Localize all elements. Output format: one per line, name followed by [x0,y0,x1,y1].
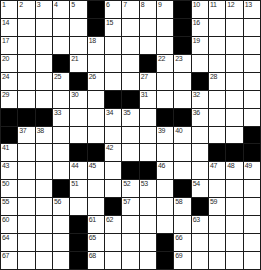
cell-r9c1[interactable]: 41 [1,144,18,162]
clue-number-62: 62 [106,216,113,224]
cell-r5c13[interactable]: 28 [209,73,226,91]
clue-number-59: 59 [210,198,217,206]
clue-number-21: 21 [71,55,78,63]
clue-number-64: 64 [2,234,9,242]
cell-r2c14[interactable] [226,19,243,37]
cell-r12c9[interactable] [140,198,157,216]
cell-r14c15[interactable] [244,234,261,252]
clue-number-68: 68 [89,252,96,260]
cell-r12c3[interactable] [36,198,53,216]
crossword-grid: 1234567891011121314151617181920212223242… [0,0,261,270]
cell-r1c8[interactable]: 7 [122,1,139,19]
cell-r13c9[interactable] [140,216,157,234]
cell-r10c10[interactable]: 46 [157,162,174,180]
black-cell-r15c10 [157,252,174,270]
black-cell-r2c11 [174,19,191,37]
cell-r6c14[interactable] [226,91,243,109]
clue-number-35: 35 [123,109,130,117]
clue-number-67: 67 [2,252,9,260]
cell-r3c6[interactable]: 18 [88,37,105,55]
cell-r6c10[interactable] [157,91,174,109]
cell-r10c15[interactable]: 49 [244,162,261,180]
cell-r4c6[interactable] [88,55,105,73]
cell-r5c3[interactable] [36,73,53,91]
cell-r7c5[interactable] [70,109,87,127]
cell-r1c2[interactable]: 2 [18,1,35,19]
cell-r8c6[interactable] [88,127,105,145]
clue-number-24: 24 [2,73,9,81]
clue-number-14: 14 [2,19,9,27]
cell-r10c2[interactable] [18,162,35,180]
clue-number-25: 25 [54,73,61,81]
black-cell-r9c13 [209,144,226,162]
cell-r8c4[interactable] [53,127,70,145]
cell-r14c9[interactable] [140,234,157,252]
black-cell-r11c11 [174,180,191,198]
cell-r5c9[interactable]: 27 [140,73,157,91]
cell-r8c13[interactable] [209,127,226,145]
cell-r10c12[interactable] [192,162,209,180]
cell-r11c1[interactable]: 50 [1,180,18,198]
cell-r12c14[interactable] [226,198,243,216]
cell-r14c13[interactable] [209,234,226,252]
cell-r7c9[interactable] [140,109,157,127]
clue-number-45: 45 [89,162,96,170]
clue-number-3: 3 [37,1,41,9]
cell-r1c15[interactable]: 13 [244,1,261,19]
cell-r13c7[interactable]: 62 [105,216,122,234]
cell-r3c7[interactable] [105,37,122,55]
clue-number-57: 57 [123,198,130,206]
cell-r11c5[interactable]: 51 [70,180,87,198]
cell-r15c14[interactable] [226,252,243,270]
cell-r15c12[interactable] [192,252,209,270]
cell-r6c11[interactable] [174,91,191,109]
cell-r11c13[interactable] [209,180,226,198]
clue-number-10: 10 [193,1,200,9]
cell-r14c8[interactable] [122,234,139,252]
cell-r6c12[interactable]: 32 [192,91,209,109]
cell-r13c1[interactable]: 60 [1,216,18,234]
cell-r10c4[interactable] [53,162,70,180]
cell-r9c7[interactable]: 42 [105,144,122,162]
cell-r6c9[interactable]: 31 [140,91,157,109]
clue-number-60: 60 [2,216,9,224]
clue-number-56: 56 [54,198,61,206]
cell-r4c3[interactable] [36,55,53,73]
clue-number-11: 11 [210,1,216,9]
black-cell-r5c12 [192,73,209,91]
black-cell-r9c14 [226,144,243,162]
clue-number-13: 13 [245,1,252,9]
cell-r5c4[interactable]: 25 [53,73,70,91]
cell-r4c10[interactable]: 22 [157,55,174,73]
cell-r12c6[interactable] [88,198,105,216]
cell-r6c15[interactable] [244,91,261,109]
black-cell-r7c1 [1,109,18,127]
cell-r1c3[interactable]: 3 [36,1,53,19]
cell-r3c8[interactable] [122,37,139,55]
clue-number-66: 66 [175,234,182,242]
black-cell-r10c8 [122,162,139,180]
cell-r6c13[interactable] [209,91,226,109]
clue-number-20: 20 [2,55,9,63]
cell-r2c3[interactable] [36,19,53,37]
cell-r13c12[interactable]: 63 [192,216,209,234]
cell-r13c13[interactable] [209,216,226,234]
cell-r12c4[interactable]: 56 [53,198,70,216]
cell-r3c10[interactable] [157,37,174,55]
clue-number-22: 22 [158,55,165,63]
cell-r3c12[interactable]: 19 [192,37,209,55]
cell-r5c10[interactable] [157,73,174,91]
cell-r10c13[interactable]: 47 [209,162,226,180]
black-cell-r14c10 [157,234,174,252]
cell-r1c14[interactable]: 12 [226,1,243,19]
black-cell-r7c11 [174,109,191,127]
cell-r8c7[interactable] [105,127,122,145]
cell-r6c5[interactable]: 30 [70,91,87,109]
clue-number-9: 9 [158,1,162,9]
clue-number-17: 17 [2,37,9,45]
cell-r6c3[interactable] [36,91,53,109]
clue-number-5: 5 [71,1,75,9]
cell-r7c12[interactable]: 36 [192,109,209,127]
clue-number-28: 28 [210,73,217,81]
cell-r13c4[interactable] [53,216,70,234]
clue-number-31: 31 [141,91,148,99]
cell-r15c3[interactable] [36,252,53,270]
cell-r9c10[interactable] [157,144,174,162]
black-cell-r7c2 [18,109,35,127]
cell-r9c4[interactable] [53,144,70,162]
clue-number-42: 42 [106,144,113,152]
cell-r1c10[interactable]: 9 [157,1,174,19]
cell-r13c2[interactable] [18,216,35,234]
cell-r5c11[interactable] [174,73,191,91]
cell-r8c5[interactable] [70,127,87,145]
cell-r10c1[interactable]: 43 [1,162,18,180]
black-cell-r8c15 [244,127,261,145]
cell-r12c1[interactable]: 55 [1,198,18,216]
cell-r2c1[interactable]: 14 [1,19,18,37]
clue-number-50: 50 [2,180,9,188]
cell-r11c8[interactable]: 52 [122,180,139,198]
black-cell-r4c4 [53,55,70,73]
cell-r6c6[interactable] [88,91,105,109]
black-cell-r7c3 [36,109,53,127]
cell-r4c1[interactable]: 20 [1,55,18,73]
clue-number-27: 27 [141,73,148,81]
cell-r14c3[interactable] [36,234,53,252]
cell-r8c9[interactable] [140,127,157,145]
clue-number-15: 15 [106,19,113,27]
clue-number-47: 47 [210,162,217,170]
black-cell-r4c9 [140,55,157,73]
black-cell-r12c12 [192,198,209,216]
clue-number-32: 32 [193,91,200,99]
cell-r2c8[interactable] [122,19,139,37]
cell-r14c14[interactable] [226,234,243,252]
cell-r11c6[interactable] [88,180,105,198]
cell-r12c15[interactable] [244,198,261,216]
black-cell-r6c8 [122,91,139,109]
cell-r15c1[interactable]: 67 [1,252,18,270]
black-cell-r14c5 [70,234,87,252]
cell-r13c6[interactable]: 61 [88,216,105,234]
black-cell-r1c11 [174,1,191,19]
black-cell-r5c5 [70,73,87,91]
clue-number-41: 41 [2,144,9,152]
cell-r14c12[interactable] [192,234,209,252]
cell-r11c3[interactable] [36,180,53,198]
cell-r3c9[interactable] [140,37,157,55]
clue-number-12: 12 [227,1,234,9]
cell-r9c11[interactable] [174,144,191,162]
clue-number-37: 37 [19,127,26,135]
clue-number-34: 34 [106,109,113,117]
cell-r11c14[interactable] [226,180,243,198]
clue-number-38: 38 [37,127,44,135]
cell-r3c5[interactable] [70,37,87,55]
cell-r14c6[interactable]: 65 [88,234,105,252]
cell-r7c14[interactable] [226,109,243,127]
cell-r11c2[interactable] [18,180,35,198]
black-cell-r6c7 [105,91,122,109]
cell-r8c2[interactable]: 37 [18,127,35,145]
cell-r4c15[interactable] [244,55,261,73]
cell-r8c11[interactable]: 40 [174,127,191,145]
cell-r6c4[interactable] [53,91,70,109]
cell-r5c15[interactable] [244,73,261,91]
cell-r6c1[interactable]: 29 [1,91,18,109]
clue-number-8: 8 [141,1,145,9]
clue-number-29: 29 [2,91,9,99]
cell-r10c6[interactable]: 45 [88,162,105,180]
black-cell-r10c9 [140,162,157,180]
cell-r15c7[interactable] [105,252,122,270]
cell-r2c7[interactable]: 15 [105,19,122,37]
cell-r4c11[interactable]: 23 [174,55,191,73]
cell-r14c11[interactable]: 66 [174,234,191,252]
cell-r9c8[interactable] [122,144,139,162]
black-cell-r9c5 [70,144,87,162]
cell-r11c9[interactable]: 53 [140,180,157,198]
cell-r15c8[interactable] [122,252,139,270]
black-cell-r1c6 [88,1,105,19]
cell-r2c4[interactable] [53,19,70,37]
cell-r7c6[interactable] [88,109,105,127]
cell-r3c13[interactable] [209,37,226,55]
cell-r14c1[interactable]: 64 [1,234,18,252]
cell-r2c9[interactable] [140,19,157,37]
cell-r6c2[interactable] [18,91,35,109]
cell-r13c14[interactable] [226,216,243,234]
clue-number-49: 49 [245,162,252,170]
cell-r4c12[interactable] [192,55,209,73]
cell-r9c12[interactable] [192,144,209,162]
cell-r8c14[interactable] [226,127,243,145]
cell-r15c2[interactable] [18,252,35,270]
cell-r10c14[interactable]: 48 [226,162,243,180]
cell-r5c8[interactable] [122,73,139,91]
cell-r9c9[interactable] [140,144,157,162]
cell-r11c15[interactable] [244,180,261,198]
cell-r10c7[interactable] [105,162,122,180]
black-cell-r15c5 [70,252,87,270]
clue-number-51: 51 [71,180,78,188]
cell-r9c3[interactable] [36,144,53,162]
cell-r13c10[interactable] [157,216,174,234]
clue-number-65: 65 [89,234,96,242]
cell-r14c2[interactable] [18,234,35,252]
cell-r14c4[interactable] [53,234,70,252]
cell-r4c5[interactable]: 21 [70,55,87,73]
black-cell-r9c15 [244,144,261,162]
cell-r1c7[interactable]: 6 [105,1,122,19]
cell-r11c10[interactable] [157,180,174,198]
cell-r3c2[interactable] [18,37,35,55]
cell-r15c11[interactable]: 69 [174,252,191,270]
cell-r1c12[interactable]: 10 [192,1,209,19]
clue-number-30: 30 [71,91,78,99]
cell-r2c13[interactable] [209,19,226,37]
black-cell-r2c6 [88,19,105,37]
cell-r12c2[interactable] [18,198,35,216]
cell-r2c15[interactable] [244,19,261,37]
cell-r4c8[interactable] [122,55,139,73]
cell-r15c13[interactable] [209,252,226,270]
clue-number-2: 2 [19,1,23,9]
clue-number-23: 23 [175,55,182,63]
cell-r2c10[interactable] [157,19,174,37]
clue-number-18: 18 [89,37,96,45]
clue-number-46: 46 [158,162,165,170]
cell-r12c5[interactable] [70,198,87,216]
clue-number-1: 1 [2,1,6,9]
black-cell-r11c4 [53,180,70,198]
clue-number-6: 6 [106,1,110,9]
cell-r13c8[interactable] [122,216,139,234]
cell-r15c4[interactable] [53,252,70,270]
cell-r15c6[interactable]: 68 [88,252,105,270]
clue-number-40: 40 [175,127,182,135]
cell-r1c1[interactable]: 1 [1,1,18,19]
clue-number-63: 63 [193,216,200,224]
clue-number-69: 69 [175,252,182,260]
cell-r7c13[interactable] [209,109,226,127]
cell-r7c15[interactable] [244,109,261,127]
clue-number-39: 39 [158,127,165,135]
cell-r8c10[interactable]: 39 [157,127,174,145]
cell-r13c11[interactable] [174,216,191,234]
cell-r12c13[interactable]: 59 [209,198,226,216]
cell-r4c13[interactable] [209,55,226,73]
clue-number-19: 19 [193,37,200,45]
cell-r3c1[interactable]: 17 [1,37,18,55]
clue-number-4: 4 [54,1,58,9]
clue-number-16: 16 [193,19,200,27]
cell-r5c1[interactable]: 24 [1,73,18,91]
clue-number-58: 58 [175,198,182,206]
cell-r2c12[interactable]: 16 [192,19,209,37]
black-cell-r7c10 [157,109,174,127]
crossword-puzzle: 1234567891011121314151617181920212223242… [0,0,261,270]
cell-r11c7[interactable] [105,180,122,198]
cell-r5c7[interactable] [105,73,122,91]
clue-number-44: 44 [71,162,78,170]
cell-r1c9[interactable]: 8 [140,1,157,19]
cell-r12c8[interactable]: 57 [122,198,139,216]
clue-number-52: 52 [123,180,130,188]
cell-r4c7[interactable] [105,55,122,73]
cell-r7c7[interactable]: 34 [105,109,122,127]
cell-r5c14[interactable] [226,73,243,91]
cell-r8c12[interactable] [192,127,209,145]
black-cell-r9c6 [88,144,105,162]
black-cell-r13c5 [70,216,87,234]
clue-number-26: 26 [89,73,96,81]
black-cell-r3c11 [174,37,191,55]
black-cell-r8c1 [1,127,18,145]
cell-r8c8[interactable] [122,127,139,145]
cell-r7c4[interactable]: 33 [53,109,70,127]
cell-r13c15[interactable] [244,216,261,234]
clue-number-36: 36 [193,109,200,117]
cell-r7c8[interactable]: 35 [122,109,139,127]
cell-r14c7[interactable] [105,234,122,252]
cell-r12c10[interactable] [157,198,174,216]
clue-number-61: 61 [89,216,96,224]
clue-number-7: 7 [123,1,127,9]
clue-number-53: 53 [141,180,148,188]
clue-number-33: 33 [54,109,61,117]
clue-number-55: 55 [2,198,9,206]
cell-r3c14[interactable] [226,37,243,55]
cell-r5c6[interactable]: 26 [88,73,105,91]
cell-r1c4[interactable]: 4 [53,1,70,19]
black-cell-r12c7 [105,198,122,216]
cell-r2c2[interactable] [18,19,35,37]
cell-r8c3[interactable]: 38 [36,127,53,145]
cell-r11c12[interactable]: 54 [192,180,209,198]
clue-number-43: 43 [2,162,9,170]
cell-r13c3[interactable] [36,216,53,234]
cell-r5c2[interactable] [18,73,35,91]
cell-r4c14[interactable] [226,55,243,73]
cell-r15c15[interactable] [244,252,261,270]
cell-r10c5[interactable]: 44 [70,162,87,180]
cell-r15c9[interactable] [140,252,157,270]
cell-r10c3[interactable] [36,162,53,180]
cell-r4c2[interactable] [18,55,35,73]
cell-r12c11[interactable]: 58 [174,198,191,216]
clue-number-48: 48 [227,162,234,170]
cell-r9c2[interactable] [18,144,35,162]
cell-r3c3[interactable] [36,37,53,55]
clue-number-54: 54 [193,180,200,188]
cell-r2c5[interactable] [70,19,87,37]
cell-r10c11[interactable] [174,162,191,180]
cell-r1c5[interactable]: 5 [70,1,87,19]
cell-r3c4[interactable] [53,37,70,55]
cell-r3c15[interactable] [244,37,261,55]
cell-r1c13[interactable]: 11 [209,1,226,19]
